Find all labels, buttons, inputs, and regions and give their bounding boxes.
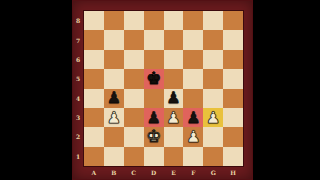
square-g2[interactable] xyxy=(203,127,223,146)
file-label-e: E xyxy=(164,166,184,178)
rank-label-7: 7 xyxy=(73,30,83,49)
square-g3[interactable]: ♟ xyxy=(203,108,223,127)
black-pawn[interactable]: ♟ xyxy=(166,90,180,106)
rank-label-8: 8 xyxy=(73,11,83,30)
file-labels: ABCDEFGH xyxy=(84,166,243,178)
white-pawn[interactable]: ♟ xyxy=(107,109,121,125)
square-e1[interactable] xyxy=(164,147,184,166)
square-a5[interactable] xyxy=(84,69,104,88)
square-f4[interactable] xyxy=(183,89,203,108)
square-a7[interactable] xyxy=(84,30,104,49)
square-e4[interactable]: ♟ xyxy=(164,89,184,108)
white-pawn[interactable]: ♟ xyxy=(186,128,200,144)
square-a8[interactable] xyxy=(84,11,104,30)
square-g8[interactable] xyxy=(203,11,223,30)
square-c1[interactable] xyxy=(124,147,144,166)
square-h8[interactable] xyxy=(223,11,243,30)
square-b3[interactable]: ♟ xyxy=(104,108,124,127)
square-c6[interactable] xyxy=(124,50,144,69)
square-f3[interactable]: ♟ xyxy=(183,108,203,127)
square-c2[interactable] xyxy=(124,127,144,146)
square-f7[interactable] xyxy=(183,30,203,49)
square-f5[interactable] xyxy=(183,69,203,88)
file-label-d: D xyxy=(144,166,164,178)
square-h1[interactable] xyxy=(223,147,243,166)
rank-label-4: 4 xyxy=(73,89,83,108)
rank-label-5: 5 xyxy=(73,69,83,88)
square-g4[interactable] xyxy=(203,89,223,108)
square-a1[interactable] xyxy=(84,147,104,166)
file-label-b: B xyxy=(104,166,124,178)
rank-label-3: 3 xyxy=(73,108,83,127)
square-b8[interactable] xyxy=(104,11,124,30)
square-c5[interactable] xyxy=(124,69,144,88)
white-pawn[interactable]: ♟ xyxy=(166,109,180,125)
square-b5[interactable] xyxy=(104,69,124,88)
square-a6[interactable] xyxy=(84,50,104,69)
square-g5[interactable] xyxy=(203,69,223,88)
rank-labels: 87654321 xyxy=(73,11,83,166)
square-b4[interactable]: ♟ xyxy=(104,89,124,108)
square-d8[interactable] xyxy=(144,11,164,30)
rank-label-1: 1 xyxy=(73,147,83,166)
square-a2[interactable] xyxy=(84,127,104,146)
square-h2[interactable] xyxy=(223,127,243,146)
square-d5[interactable]: ♚ xyxy=(144,69,164,88)
file-label-a: A xyxy=(84,166,104,178)
file-label-f: F xyxy=(183,166,203,178)
square-f8[interactable] xyxy=(183,11,203,30)
square-e6[interactable] xyxy=(164,50,184,69)
square-e5[interactable] xyxy=(164,69,184,88)
white-king[interactable]: ♚ xyxy=(146,128,161,145)
square-a3[interactable] xyxy=(84,108,104,127)
chess-board: ♚♟♟♟♟♟♟♟♚♟ xyxy=(84,11,243,166)
square-c8[interactable] xyxy=(124,11,144,30)
square-b6[interactable] xyxy=(104,50,124,69)
square-g1[interactable] xyxy=(203,147,223,166)
square-d1[interactable] xyxy=(144,147,164,166)
square-g6[interactable] xyxy=(203,50,223,69)
rank-label-6: 6 xyxy=(73,50,83,69)
square-h6[interactable] xyxy=(223,50,243,69)
square-h3[interactable] xyxy=(223,108,243,127)
square-h5[interactable] xyxy=(223,69,243,88)
square-c7[interactable] xyxy=(124,30,144,49)
file-label-h: H xyxy=(223,166,243,178)
square-c4[interactable] xyxy=(124,89,144,108)
square-f6[interactable] xyxy=(183,50,203,69)
square-g7[interactable] xyxy=(203,30,223,49)
white-pawn[interactable]: ♟ xyxy=(206,109,220,125)
black-pawn[interactable]: ♟ xyxy=(186,109,200,125)
square-e7[interactable] xyxy=(164,30,184,49)
square-f1[interactable] xyxy=(183,147,203,166)
square-d4[interactable] xyxy=(144,89,164,108)
square-e3[interactable]: ♟ xyxy=(164,108,184,127)
square-d7[interactable] xyxy=(144,30,164,49)
square-b2[interactable] xyxy=(104,127,124,146)
square-d2[interactable]: ♚ xyxy=(144,127,164,146)
square-c3[interactable] xyxy=(124,108,144,127)
square-d3[interactable]: ♟ xyxy=(144,108,164,127)
black-pawn[interactable]: ♟ xyxy=(107,90,121,106)
square-b1[interactable] xyxy=(104,147,124,166)
square-e2[interactable] xyxy=(164,127,184,146)
square-e8[interactable] xyxy=(164,11,184,30)
page-background: 87654321 ABCDEFGH ♚♟♟♟♟♟♟♟♚♟ xyxy=(0,0,320,180)
rank-label-2: 2 xyxy=(73,127,83,146)
file-label-g: G xyxy=(203,166,223,178)
file-label-c: C xyxy=(124,166,144,178)
square-b7[interactable] xyxy=(104,30,124,49)
square-h4[interactable] xyxy=(223,89,243,108)
square-h7[interactable] xyxy=(223,30,243,49)
square-d6[interactable] xyxy=(144,50,164,69)
black-king[interactable]: ♚ xyxy=(146,70,161,87)
square-f2[interactable]: ♟ xyxy=(183,127,203,146)
black-pawn[interactable]: ♟ xyxy=(146,109,160,125)
square-a4[interactable] xyxy=(84,89,104,108)
